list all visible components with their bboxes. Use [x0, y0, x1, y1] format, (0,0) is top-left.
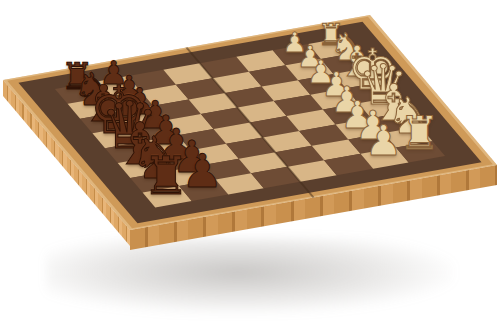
board-shadow: [46, 238, 454, 314]
product-photo: ♜♞♝♛♚♝♞♜♟♟♟♟♟♟♟♟♟♟♟♟♟♟♟♟♜♞♝♛♚♝♞♜: [0, 0, 500, 328]
